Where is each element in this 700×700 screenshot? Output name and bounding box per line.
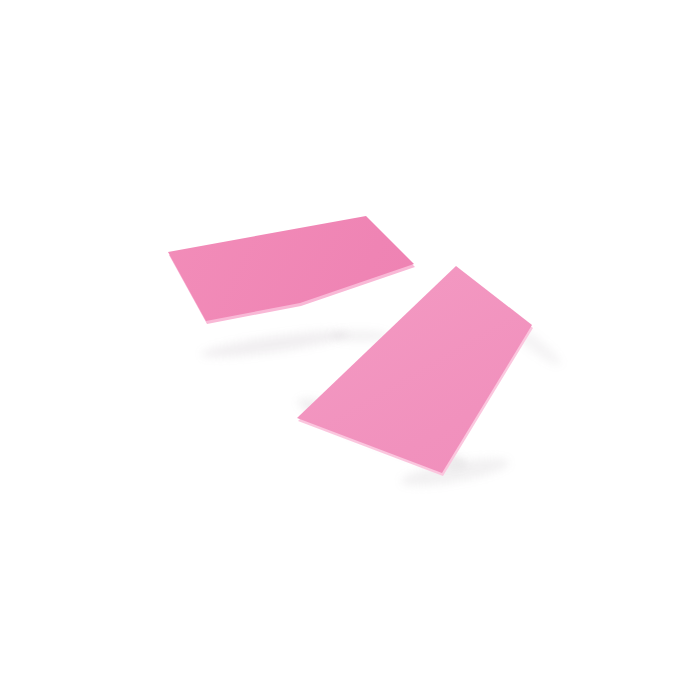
- front-sheet: [0, 0, 700, 700]
- front-sheet-edge: [0, 0, 700, 700]
- front-mold: [0, 0, 700, 700]
- bump-3: [0, 106, 62, 162]
- bump-6: [0, 285, 74, 350]
- bump-5: [0, 223, 69, 285]
- bump-4: [0, 162, 63, 223]
- bump-2: [0, 50, 59, 106]
- product-photo: [0, 0, 700, 700]
- bump-1: [0, 0, 49, 50]
